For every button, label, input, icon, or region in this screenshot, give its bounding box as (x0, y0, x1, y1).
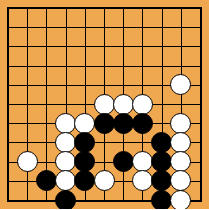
black-stone[interactable] (132, 113, 153, 134)
black-stone[interactable] (151, 132, 172, 153)
black-stone[interactable] (55, 190, 76, 210)
white-stone[interactable] (113, 94, 134, 115)
black-stone[interactable] (94, 113, 115, 134)
white-stone[interactable] (74, 113, 95, 134)
white-stone[interactable] (17, 151, 38, 172)
white-stone[interactable] (55, 113, 76, 134)
black-stone[interactable] (113, 151, 134, 172)
white-stone[interactable] (94, 170, 115, 191)
white-stone[interactable] (94, 94, 115, 115)
white-stone[interactable] (170, 190, 191, 210)
white-stone[interactable] (55, 132, 76, 153)
goban-diagram (0, 0, 209, 209)
black-stone[interactable] (151, 190, 172, 210)
white-stone[interactable] (170, 113, 191, 134)
white-stone[interactable] (132, 94, 153, 115)
go-board[interactable] (0, 0, 209, 209)
white-stone[interactable] (132, 151, 153, 172)
black-stone[interactable] (113, 113, 134, 134)
